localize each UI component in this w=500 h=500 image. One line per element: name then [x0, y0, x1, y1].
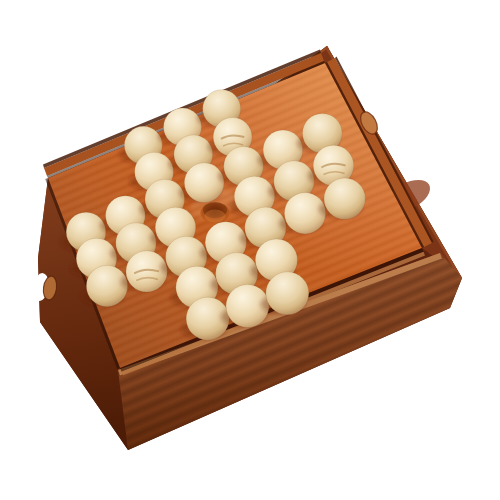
- solitaire-product-photo: [0, 0, 500, 500]
- board-scene: [0, 0, 500, 500]
